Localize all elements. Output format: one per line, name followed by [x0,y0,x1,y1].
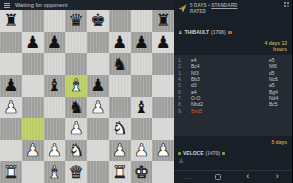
player-top-name: THIBAULT [184,29,209,35]
move-row: 8.Nbd2Bc5 [178,101,288,107]
bottom-nav: ... ‹ › [174,170,292,183]
white-pawn-b2: ♟ [25,142,40,159]
square-g4[interactable]: ♝ [131,97,153,119]
square-g5[interactable] [131,75,153,97]
move-black[interactable]: a5 [269,82,288,88]
black-rook-a8: ♜ [3,12,18,29]
square-g8[interactable] [131,10,153,32]
flip-board-button[interactable] [204,171,234,183]
square-c2[interactable]: ♟ [44,140,66,162]
time-control-label: 5 DAYS • STANDARD RATED [190,3,237,14]
square-h1[interactable] [152,161,174,183]
online-dot-icon [178,152,181,155]
square-h7[interactable]: ♟ [152,32,174,54]
square-h6[interactable] [152,53,174,75]
move-number: 2. [178,63,191,69]
white-pawn-e4: ♟ [90,99,105,116]
square-c4[interactable] [44,97,66,119]
black-pawn-c7: ♟ [47,34,62,51]
white-bishop-d5: ♝ [69,77,84,94]
move-black[interactable]: Bc5 [269,101,288,107]
move-number: 4. [178,76,191,82]
white-pawn-h2: ♟ [156,142,171,159]
square-b7[interactable]: ♟ [22,32,44,54]
white-bishop-c1: ♝ [47,164,62,181]
black-pawn-b7: ♟ [25,34,40,51]
move-white[interactable]: O-O [191,95,269,101]
square-a6[interactable] [0,53,22,75]
hamburger-icon[interactable] [4,3,10,8]
square-c3[interactable] [44,118,66,140]
square-b2[interactable]: ♟ [22,140,44,162]
white-queen-d1: ♛ [69,164,84,181]
black-bishop-g4: ♝ [134,99,149,116]
clock-top-line2: hours [273,46,287,52]
status-title: Waiting for opponent [15,2,68,8]
move-number: 1. [178,57,191,63]
move-white[interactable]: Bb3 [191,76,269,82]
square-g2[interactable]: ♟ [131,140,153,162]
player-bottom-rating: (1470) [206,150,220,156]
chess-board[interactable]: ♜♛♚♜♟♟♟♟♟♞♟♝♝♟♟♞♟♝♟♞♟♟♞♟♟♟♜♝♛♜♚ [0,10,174,183]
square-d3[interactable]: ♟ [65,118,87,140]
game-screen: Waiting for opponent ♜♛♚♜♟♟♟♟♟♞♟♝♝♟♟♞♟♝♟… [0,0,292,183]
black-pawn-a5: ♟ [3,77,18,94]
black-pawn-h7: ♟ [156,34,171,51]
move-black[interactable]: e5 [269,57,288,63]
move-black[interactable]: Nd4 [269,95,288,101]
more-button[interactable]: ... [174,171,204,183]
player-bottom[interactable]: VELOCE (1470) [178,150,225,156]
move-row: 3.Nf3d5 [178,70,288,76]
black-bishop-c5: ♝ [47,77,62,94]
panel-menu-icon[interactable] [284,2,286,4]
move-black[interactable]: Nf6 [269,63,288,69]
square-e1[interactable] [87,161,109,183]
square-c5[interactable]: ♝ [44,75,66,97]
square-f8[interactable] [109,10,131,32]
square-g6[interactable] [131,53,153,75]
square-e4[interactable]: ♟ [87,97,109,119]
square-b4[interactable] [22,97,44,119]
move-black[interactable]: Nc6 [269,76,288,82]
player-piece-icon: ♟ [178,30,182,35]
clock-bottom: 5 days [271,139,287,145]
board-column: Waiting for opponent ♜♛♚♜♟♟♟♟♟♞♟♝♝♟♟♞♟♝♟… [0,0,174,183]
move-row: 1.e4e5 [178,57,288,63]
move-white[interactable]: Nbd2 [191,101,269,107]
square-f2[interactable]: ♟ [109,140,131,162]
square-h2[interactable]: ♟ [152,140,174,162]
square-c7[interactable]: ♟ [44,32,66,54]
player-top[interactable]: ♟ THIBAULT (1708) [178,29,232,35]
square-f4[interactable] [109,97,131,119]
white-rook-a1: ♜ [3,164,18,181]
online-badge-icon [222,152,225,155]
square-e8[interactable]: ♚ [87,10,109,32]
square-b1[interactable] [22,161,44,183]
black-rook-h8: ♜ [156,12,171,29]
black-pawn-f7: ♟ [112,34,127,51]
move-row: 4.Bb3Nc6 [178,76,288,82]
square-h8[interactable]: ♜ [152,10,174,32]
black-knight-f6: ♞ [112,56,127,73]
move-row: 9.Bxd5 [178,107,288,113]
square-a4[interactable]: ♟ [0,97,22,119]
square-e3[interactable] [87,118,109,140]
square-f1[interactable]: ♜ [109,161,131,183]
square-b6[interactable] [22,53,44,75]
square-b8[interactable] [22,10,44,32]
square-a8[interactable]: ♜ [0,10,22,32]
player-bottom-name: VELOCE [183,150,204,156]
move-white[interactable]: d3 [191,82,269,88]
square-d5[interactable]: ♝ [65,75,87,97]
move-black[interactable]: d5 [269,70,288,76]
move-white[interactable]: Bc4 [191,63,269,69]
square-c8[interactable] [44,10,66,32]
square-h5[interactable] [152,75,174,97]
square-d1[interactable]: ♛ [65,161,87,183]
square-h3[interactable] [152,118,174,140]
move-number: 6. [178,89,191,95]
square-e2[interactable] [87,140,109,162]
square-f6[interactable]: ♞ [109,53,131,75]
square-b5[interactable] [22,75,44,97]
variant-link[interactable]: STANDARD [211,3,237,8]
move-white[interactable]: Nf3 [191,70,269,76]
square-h4[interactable] [152,97,174,119]
time-control-text: 5 DAYS • [190,3,211,8]
captured-pieces: ♟ [178,158,184,165]
square-e5[interactable]: ♟ [87,75,109,97]
flag-icon [228,31,232,34]
white-pawn-c2: ♟ [47,142,62,159]
white-pawn-a4: ♟ [3,99,18,116]
black-knight-d4: ♞ [69,99,84,116]
move-row: 6.a4Bg4 [178,88,288,94]
white-pawn-d3: ♟ [69,120,84,137]
move-row: 2.Bc4Nf6 [178,63,288,69]
white-king-g1: ♚ [134,164,149,181]
square-a1[interactable]: ♜ [0,161,22,183]
move-number: 3. [178,70,191,76]
square-a7[interactable] [0,32,22,54]
game-info: 5 DAYS • STANDARD RATED [178,3,237,14]
square-f7[interactable]: ♟ [109,32,131,54]
square-d6[interactable] [65,53,87,75]
paper-plane-icon [178,4,187,13]
game-panel: 5 DAYS • STANDARD RATED ♟ THIBAULT (1708… [174,0,292,183]
move-number: 5. [178,82,191,88]
mode-text: RATED [190,9,206,14]
move-black[interactable]: Bg4 [269,89,288,95]
white-pawn-g2: ♟ [134,142,149,159]
square-d7[interactable] [65,32,87,54]
player-top-rating: (1708) [211,29,225,35]
square-a2[interactable] [0,140,22,162]
square-g1[interactable]: ♚ [131,161,153,183]
white-knight-d2: ♞ [69,142,84,159]
chevron-right-icon: › [276,172,279,181]
move-white[interactable]: e4 [191,57,269,63]
square-c6[interactable] [44,53,66,75]
square-a5[interactable]: ♟ [0,75,22,97]
clock-top: 4 days 12 hours [264,40,287,52]
square-e6[interactable] [87,53,109,75]
flip-board-icon [215,174,221,180]
move-white[interactable]: a4 [191,89,269,95]
move-white[interactable]: Bxd5 [191,108,269,114]
black-king-e8: ♚ [90,12,105,29]
square-g3[interactable] [131,118,153,140]
square-g7[interactable]: ♟ [131,32,153,54]
square-c1[interactable]: ♝ [44,161,66,183]
black-queen-d8: ♛ [69,12,84,29]
forward-button[interactable]: › [263,171,293,183]
chevron-left-icon: ‹ [246,172,249,181]
move-number: 9. [178,108,191,114]
top-bar: Waiting for opponent [0,0,174,10]
square-d4[interactable]: ♞ [65,97,87,119]
white-rook-f1: ♜ [112,164,127,181]
square-f3[interactable]: ♞ [109,118,131,140]
black-pawn-e5: ♟ [90,77,105,94]
backward-button[interactable]: ‹ [233,171,263,183]
white-knight-f3: ♞ [112,120,127,137]
move-number: 8. [178,101,191,107]
move-row: 5.d3a5 [178,82,288,88]
square-a3[interactable] [0,118,22,140]
move-number: 7. [178,95,191,101]
more-icon: ... [185,173,192,180]
square-d8[interactable]: ♛ [65,10,87,32]
black-pawn-g7: ♟ [134,34,149,51]
square-b3[interactable] [22,118,44,140]
move-list[interactable]: 1.e4e52.Bc4Nf63.Nf3d54.Bb3Nc65.d3a56.a4B… [174,55,292,136]
square-d2[interactable]: ♞ [65,140,87,162]
move-row: 7.O-ONd4 [178,95,288,101]
white-pawn-f2: ♟ [112,142,127,159]
square-f5[interactable] [109,75,131,97]
square-e7[interactable] [87,32,109,54]
